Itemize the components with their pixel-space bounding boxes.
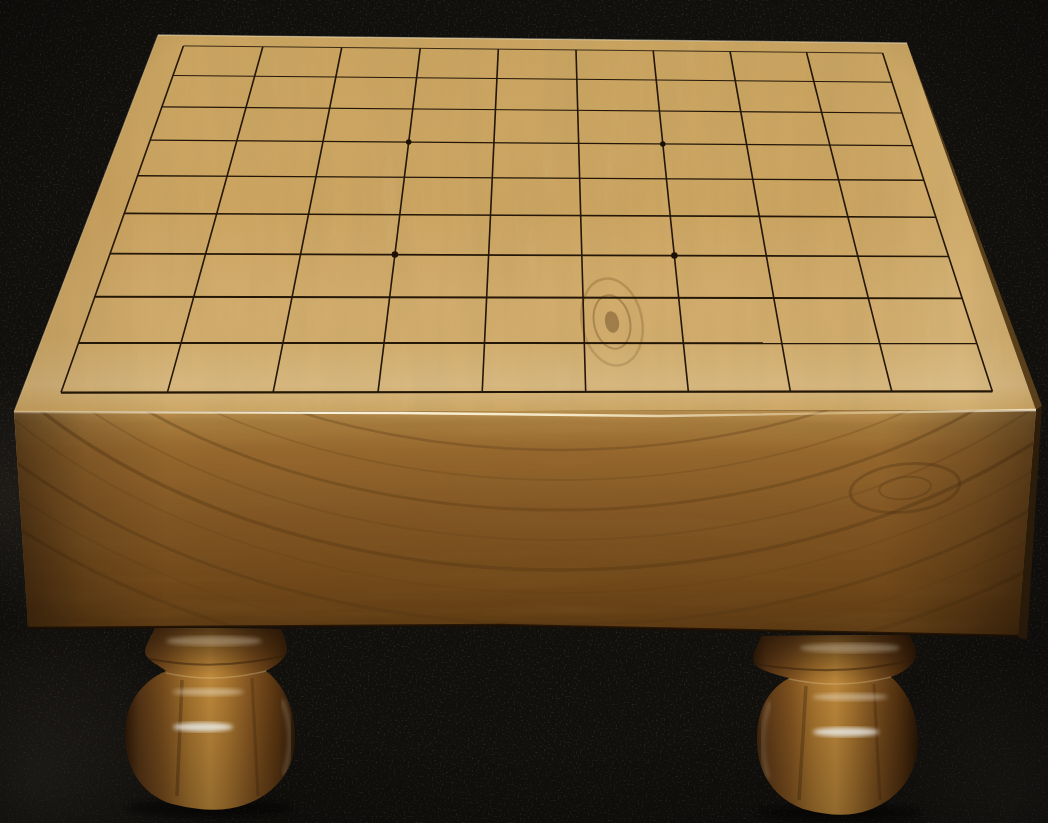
vignette [0, 0, 1048, 823]
shogi-board-photo [0, 0, 1048, 823]
